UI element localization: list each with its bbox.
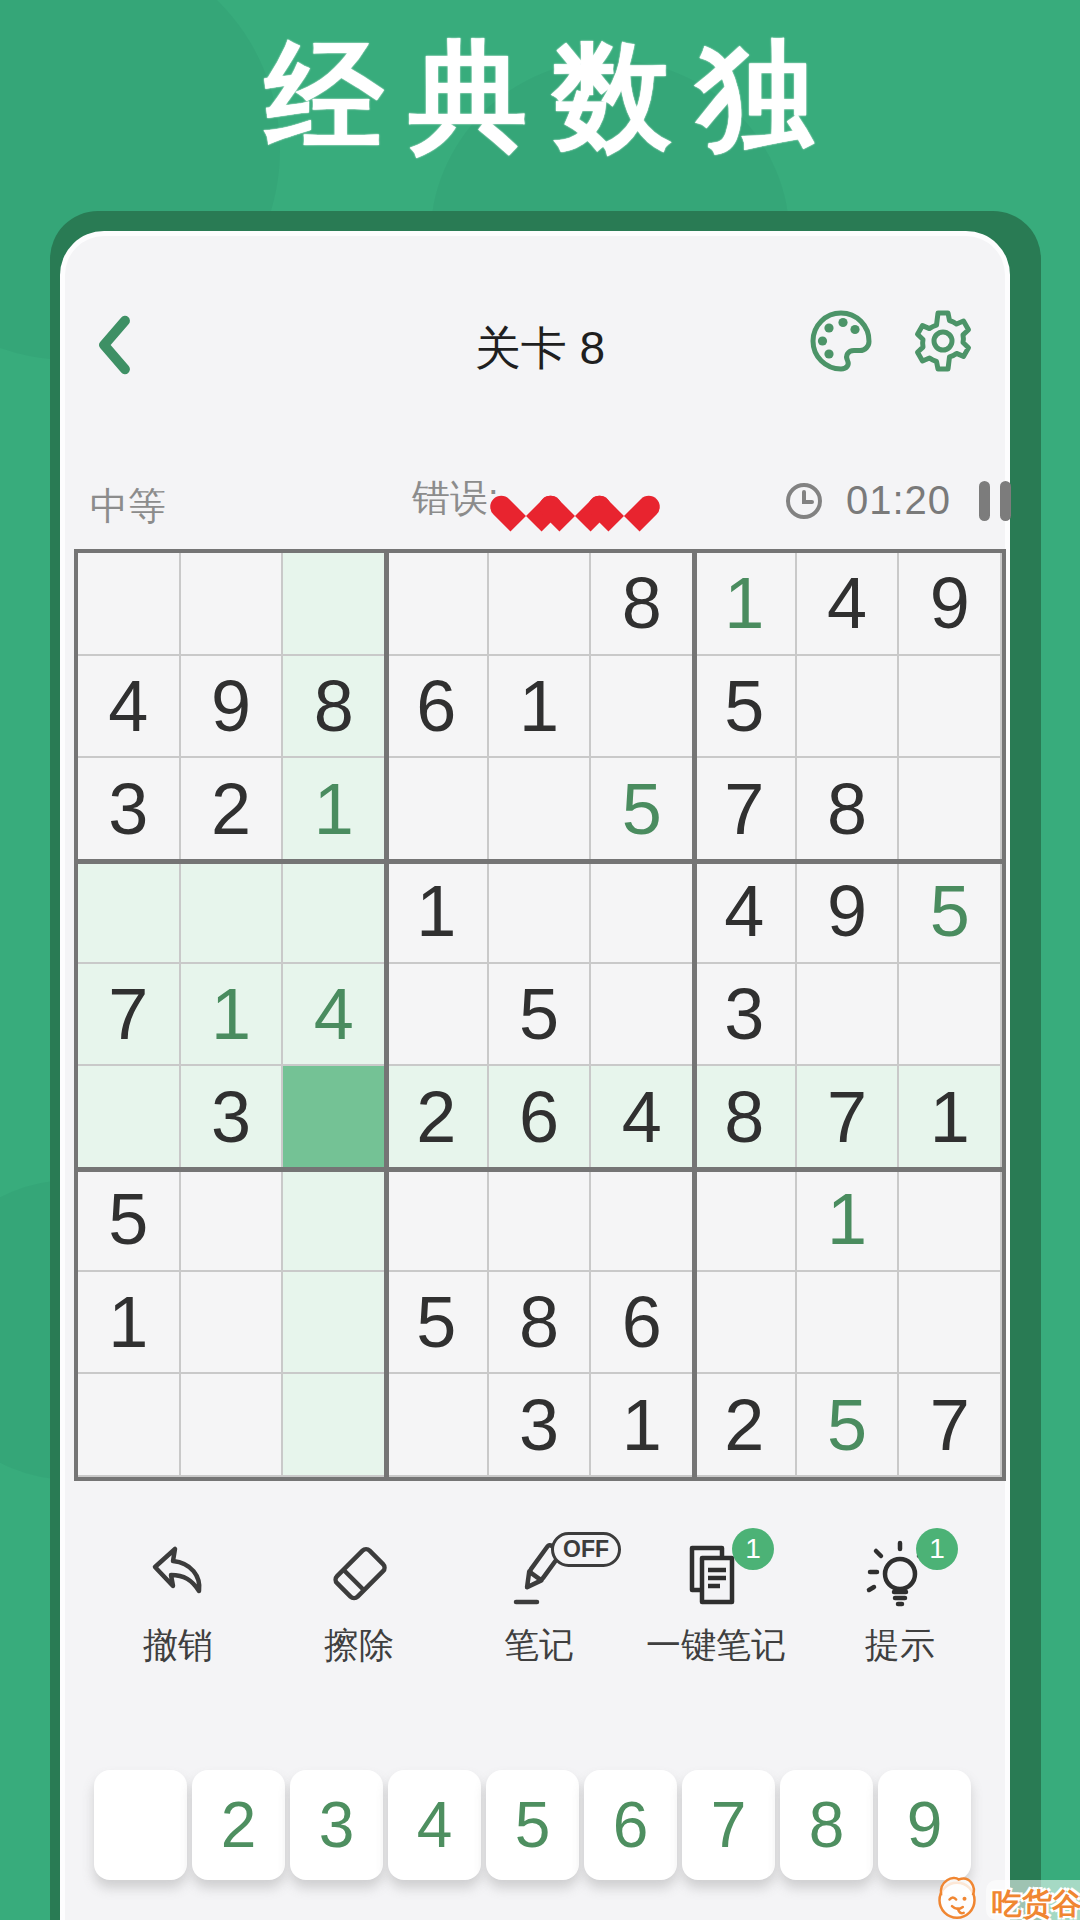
sudoku-cell-r4c4[interactable]: 1 [386, 861, 489, 964]
sudoku-cell-r2c8[interactable] [797, 656, 900, 759]
numpad-button-8[interactable]: 8 [780, 1770, 873, 1880]
sudoku-cell-r9c3[interactable] [283, 1374, 386, 1477]
pen-button[interactable]: OFF笔记 [454, 1540, 624, 1669]
pause-button[interactable] [979, 481, 1011, 521]
heart-icon [602, 481, 646, 521]
sudoku-cell-r4c8[interactable]: 9 [797, 861, 900, 964]
sudoku-cell-r5c5[interactable]: 5 [489, 964, 592, 1067]
sudoku-cell-r9c8[interactable]: 5 [797, 1374, 900, 1477]
sudoku-grid: 8149498615321578149571453326487151158631… [74, 549, 1006, 1481]
hint-icon: 1 [864, 1540, 936, 1612]
sudoku-cell-r2c5[interactable]: 1 [489, 656, 592, 759]
app-title: 经典数独 [0, 18, 1080, 178]
sudoku-cell-r9c7[interactable]: 2 [694, 1374, 797, 1477]
sudoku-cell-r1c9[interactable]: 9 [899, 553, 1002, 656]
hearts [499, 479, 646, 519]
sudoku-cell-r7c3[interactable] [283, 1169, 386, 1272]
watermark-face-icon [930, 1872, 984, 1920]
auto-notes-button[interactable]: 1一键笔记 [631, 1540, 801, 1669]
tool-label: 一键笔记 [631, 1622, 801, 1669]
sudoku-cell-r8c7[interactable] [694, 1272, 797, 1375]
sudoku-cell-r7c1[interactable]: 5 [78, 1169, 181, 1272]
sudoku-cell-r8c4[interactable]: 5 [386, 1272, 489, 1375]
count-badge: 1 [916, 1528, 958, 1570]
sudoku-cell-r9c4[interactable] [386, 1374, 489, 1477]
tool-label: 笔记 [454, 1622, 624, 1669]
sudoku-cell-r3c2[interactable]: 2 [181, 758, 284, 861]
sudoku-cell-r5c9[interactable] [899, 964, 1002, 1067]
sudoku-cell-r9c5[interactable]: 3 [489, 1374, 592, 1477]
sudoku-cell-r3c4[interactable] [386, 758, 489, 861]
sudoku-cell-r1c6[interactable]: 8 [591, 553, 694, 656]
numpad-button-1[interactable] [94, 1770, 187, 1880]
sudoku-cell-r5c3[interactable]: 4 [283, 964, 386, 1067]
page: 经典数独 关卡 8 中等 错误: [0, 0, 1080, 1920]
sudoku-cell-r5c7[interactable]: 3 [694, 964, 797, 1067]
sudoku-cell-r1c8[interactable]: 4 [797, 553, 900, 656]
sudoku-cell-r8c1[interactable]: 1 [78, 1272, 181, 1375]
sudoku-cell-r3c8[interactable]: 8 [797, 758, 900, 861]
sudoku-cell-r9c2[interactable] [181, 1374, 284, 1477]
sudoku-cell-r8c3[interactable] [283, 1272, 386, 1375]
sudoku-cell-r3c5[interactable] [489, 758, 592, 861]
sudoku-cell-r3c1[interactable]: 3 [78, 758, 181, 861]
sudoku-cell-r6c7[interactable]: 8 [694, 1066, 797, 1169]
sudoku-cell-r4c7[interactable]: 4 [694, 861, 797, 964]
undo-button[interactable]: 撤销 [93, 1540, 263, 1669]
watermark-text: 吃货谷手游 [992, 1884, 1080, 1920]
hint-button[interactable]: 1提示 [815, 1540, 985, 1669]
sudoku-cell-r9c6[interactable]: 1 [591, 1374, 694, 1477]
sudoku-cell-r3c6[interactable]: 5 [591, 758, 694, 861]
sudoku-cell-r5c2[interactable]: 1 [181, 964, 284, 1067]
sudoku-cell-r8c6[interactable]: 6 [591, 1272, 694, 1375]
sudoku-cell-r7c2[interactable] [181, 1169, 284, 1272]
sudoku-cell-r7c7[interactable] [694, 1169, 797, 1272]
numpad-button-5[interactable]: 5 [486, 1770, 579, 1880]
sudoku-cell-r7c4[interactable] [386, 1169, 489, 1272]
sudoku-cell-r4c1[interactable] [78, 861, 181, 964]
sudoku-cell-r6c1[interactable] [78, 1066, 181, 1169]
sudoku-cell-r4c6[interactable] [591, 861, 694, 964]
numpad-button-9[interactable]: 9 [878, 1770, 971, 1880]
sudoku-cell-r1c2[interactable] [181, 553, 284, 656]
eraser-icon [323, 1540, 395, 1612]
clock-icon [784, 481, 824, 521]
sudoku-cell-r4c9[interactable]: 5 [899, 861, 1002, 964]
numpad-button-6[interactable]: 6 [584, 1770, 677, 1880]
tool-label: 提示 [815, 1622, 985, 1669]
sudoku-cell-r1c1[interactable] [78, 553, 181, 656]
sudoku-cell-r6c6[interactable]: 4 [591, 1066, 694, 1169]
off-badge: OFF [551, 1532, 621, 1567]
sudoku-cell-r2c6[interactable] [591, 656, 694, 759]
sudoku-cell-r3c3[interactable]: 1 [283, 758, 386, 861]
sudoku-cell-r6c4[interactable]: 2 [386, 1066, 489, 1169]
sudoku-cell-r9c9[interactable]: 7 [899, 1374, 1002, 1477]
sudoku-cell-r7c5[interactable] [489, 1169, 592, 1272]
sudoku-cell-r2c7[interactable]: 5 [694, 656, 797, 759]
sudoku-cell-r1c5[interactable] [489, 553, 592, 656]
difficulty-label: 中等 [90, 481, 166, 532]
sudoku-cell-r6c8[interactable]: 7 [797, 1066, 900, 1169]
time-value: 01:20 [846, 478, 951, 523]
mistakes-indicator: 错误: [412, 473, 646, 524]
sudoku-cell-r8c2[interactable] [181, 1272, 284, 1375]
count-badge: 1 [732, 1528, 774, 1570]
sudoku-cell-r4c5[interactable] [489, 861, 592, 964]
numpad-button-2[interactable]: 2 [192, 1770, 285, 1880]
sudoku-cell-r1c4[interactable] [386, 553, 489, 656]
tool-label: 擦除 [274, 1622, 444, 1669]
sudoku-cell-r5c1[interactable]: 7 [78, 964, 181, 1067]
pen-icon: OFF [503, 1540, 575, 1612]
gear-icon [908, 306, 978, 376]
sudoku-cell-r2c3[interactable]: 8 [283, 656, 386, 759]
sudoku-cell-r5c8[interactable] [797, 964, 900, 1067]
eraser-button[interactable]: 擦除 [274, 1540, 444, 1669]
sudoku-cell-r6c2[interactable]: 3 [181, 1066, 284, 1169]
numpad-button-4[interactable]: 4 [388, 1770, 481, 1880]
tool-label: 撤销 [93, 1622, 263, 1669]
sudoku-cell-r8c8[interactable] [797, 1272, 900, 1375]
toolbar: 撤销擦除OFF笔记1一键笔记1提示 [0, 1540, 1080, 1710]
auto-notes-icon: 1 [680, 1540, 752, 1612]
sudoku-cell-r5c4[interactable] [386, 964, 489, 1067]
numpad-button-3[interactable]: 3 [290, 1770, 383, 1880]
sudoku-cell-r4c2[interactable] [181, 861, 284, 964]
sudoku-cell-r3c9[interactable] [899, 758, 1002, 861]
timer: 01:20 [784, 478, 1011, 523]
sudoku-cell-r7c6[interactable] [591, 1169, 694, 1272]
numpad: 23456789 [94, 1770, 971, 1880]
sudoku-cell-r2c1[interactable]: 4 [78, 656, 181, 759]
sudoku-cell-r8c5[interactable]: 8 [489, 1272, 592, 1375]
sudoku-cell-r2c9[interactable] [899, 656, 1002, 759]
sudoku-cell-r4c3[interactable] [283, 861, 386, 964]
sudoku-cell-r9c1[interactable] [78, 1374, 181, 1477]
sudoku-cell-r6c5[interactable]: 6 [489, 1066, 592, 1169]
mistakes-label: 错误: [412, 473, 499, 524]
watermark: 吃货谷手游 [930, 1870, 1080, 1920]
sudoku-cell-r1c3[interactable] [283, 553, 386, 656]
sudoku-cell-r7c9[interactable] [899, 1169, 1002, 1272]
undo-icon [142, 1540, 214, 1612]
sudoku-cell-r8c9[interactable] [899, 1272, 1002, 1375]
sudoku-cell-r2c4[interactable]: 6 [386, 656, 489, 759]
numpad-button-7[interactable]: 7 [682, 1770, 775, 1880]
sudoku-cell-r6c3[interactable] [283, 1066, 386, 1169]
sudoku-cell-r5c6[interactable] [591, 964, 694, 1067]
theme-button[interactable] [806, 306, 876, 376]
sudoku-cell-r1c7[interactable]: 1 [694, 553, 797, 656]
settings-button[interactable] [908, 306, 978, 376]
sudoku-cell-r7c8[interactable]: 1 [797, 1169, 900, 1272]
sudoku-cell-r3c7[interactable]: 7 [694, 758, 797, 861]
sudoku-cell-r6c9[interactable]: 1 [899, 1066, 1002, 1169]
palette-icon [806, 306, 876, 376]
sudoku-cell-r2c2[interactable]: 9 [181, 656, 284, 759]
